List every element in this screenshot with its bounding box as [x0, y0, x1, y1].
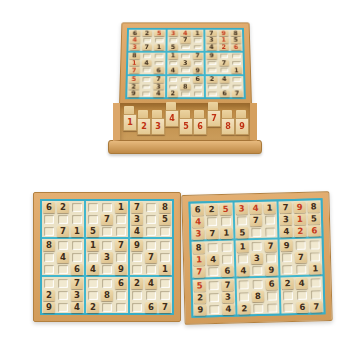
number-tile: 4 — [192, 216, 204, 227]
empty-cell-recess — [146, 227, 156, 236]
sudoku-cell-r5c8: 7 — [144, 251, 158, 263]
empty-cell-recess — [283, 291, 293, 300]
sudoku-cell-r1c7: 7 — [130, 201, 144, 213]
sudoku-box: 6271 — [42, 201, 84, 237]
number-tile: 3 — [153, 83, 163, 89]
number-tile: 4 — [280, 226, 292, 237]
empty-cell-recess — [181, 77, 189, 81]
sudoku-cell-r6c6: 9 — [114, 263, 128, 275]
sudoku-cell-r6c3: 6 — [70, 263, 84, 275]
empty-cell-recess — [222, 242, 232, 251]
empty-cell-recess — [251, 227, 261, 236]
sudoku-cell-r2c7: 3 — [279, 213, 293, 225]
empty-cell-recess — [208, 243, 218, 252]
sudoku-cell-r7c2 — [140, 76, 152, 83]
empty-cell-recess — [297, 290, 307, 299]
sudoku-cell-r1c6: 1 — [191, 30, 203, 37]
empty-cell-recess — [146, 203, 156, 212]
empty-cell-recess — [208, 84, 216, 88]
number-tile: 2 — [206, 204, 218, 215]
sudoku-cell-r3c6 — [114, 225, 128, 237]
sudoku-cell-r5c7 — [130, 251, 144, 263]
number-tile: 2 — [142, 30, 152, 36]
empty-cell-recess — [232, 77, 241, 81]
number-tile: 7 — [219, 60, 229, 66]
sudoku-cell-r8c5: 8 — [100, 289, 114, 301]
sudoku-cell-r7c5 — [251, 278, 265, 290]
sudoku-grid: 6254371341757983154268147617349971572394… — [125, 28, 245, 100]
number-tile: 4 — [141, 60, 151, 66]
sudoku-cell-r1c9: 8 — [158, 201, 172, 213]
number-tile: 9 — [43, 302, 55, 313]
empty-cell-recess — [238, 254, 248, 263]
sudoku-cell-r1c8 — [144, 201, 158, 213]
sudoku-box: 34175 — [167, 30, 204, 51]
sudoku-box: 17349 — [86, 239, 128, 275]
sudoku-cell-r7c1 — [42, 277, 56, 289]
empty-cell-recess — [132, 303, 142, 312]
empty-cell-recess — [160, 241, 170, 250]
sudoku-box: 682 — [237, 277, 280, 314]
empty-cell-recess — [220, 68, 228, 72]
number-tile: 8 — [180, 83, 190, 89]
number-tile: 5 — [194, 280, 206, 291]
number-tile: 4 — [153, 91, 164, 97]
empty-cell-recess — [58, 265, 68, 274]
sudoku-cell-r4c8 — [144, 239, 158, 251]
sudoku-cell-r5c3 — [220, 253, 234, 265]
empty-cell-recess — [116, 227, 126, 236]
empty-cell-recess — [208, 267, 218, 276]
empty-cell-recess — [252, 241, 262, 250]
empty-cell-recess — [267, 303, 277, 312]
sudoku-cell-r7c5 — [100, 277, 114, 289]
number-tile: 7 — [231, 91, 242, 97]
sudoku-cell-r1c9: 8 — [307, 200, 321, 212]
sudoku-cell-r5c8: 7 — [218, 60, 230, 67]
number-tile: 2 — [194, 292, 206, 303]
sudoku-board-bottom-right: 6254371341757983154268147617349971572394… — [181, 191, 332, 325]
drawer-number-tile: 6 — [193, 118, 207, 135]
empty-cell-recess — [102, 279, 112, 288]
number-tile: 1 — [193, 254, 205, 265]
sudoku-cell-r8c5: 8 — [251, 290, 265, 302]
sudoku-cell-r2c6 — [263, 213, 277, 225]
sudoku-box: 682 — [166, 76, 203, 98]
number-tile: 3 — [236, 203, 248, 214]
sudoku-cell-r4c3 — [152, 52, 164, 59]
number-tile: 2 — [294, 225, 306, 236]
drawer-number-tile: 7 — [207, 110, 221, 127]
number-tile: 7 — [222, 279, 234, 290]
number-tile: 6 — [219, 91, 230, 97]
number-tile: 2 — [218, 44, 228, 50]
empty-cell-recess — [168, 84, 176, 88]
sudoku-cell-r4c6: 7 — [191, 52, 203, 59]
sudoku-cell-r3c1: 3 — [128, 44, 140, 51]
number-tile: 3 — [101, 252, 113, 263]
empty-cell-recess — [239, 292, 249, 301]
sudoku-cell-r1c4: 3 — [235, 202, 249, 214]
empty-cell-recess — [44, 253, 54, 262]
empty-cell-recess — [310, 240, 320, 249]
sudoku-cell-r8c6 — [114, 289, 128, 301]
sudoku-cell-r2c1 — [42, 213, 56, 225]
number-tile: 7 — [159, 302, 171, 313]
number-tile: 1 — [129, 60, 139, 66]
number-tile: 2 — [282, 278, 294, 289]
sudoku-cell-r8c2 — [140, 83, 153, 90]
number-tile: 3 — [222, 291, 234, 302]
number-tile: 1 — [309, 263, 321, 274]
sudoku-cell-r9c8: 6 — [295, 301, 309, 313]
number-tile: 8 — [129, 53, 139, 59]
number-tile: 2 — [238, 303, 250, 314]
empty-cell-recess — [154, 54, 162, 58]
number-tile: 7 — [206, 228, 218, 239]
sudoku-set-bottom-right: 6254371341757983154268147617349971572394… — [181, 191, 332, 325]
sudoku-cell-r7c3: 7 — [70, 277, 84, 289]
number-tile: 6 — [221, 265, 233, 276]
sudoku-cell-r3c9 — [158, 225, 172, 237]
empty-cell-recess — [88, 291, 98, 300]
sudoku-cell-r2c2 — [205, 215, 219, 227]
number-tile: 2 — [87, 302, 99, 313]
sudoku-cell-r8c4 — [237, 290, 251, 302]
sudoku-cell-r7c2 — [56, 277, 70, 289]
empty-cell-recess — [181, 68, 189, 72]
empty-cell-recess — [232, 61, 240, 65]
sudoku-box: 971 — [205, 52, 242, 73]
empty-cell-recess — [146, 241, 156, 250]
sudoku-cell-r3c8: 2 — [293, 225, 307, 237]
sudoku-cell-r8c6 — [265, 289, 279, 301]
number-tile: 7 — [310, 301, 322, 312]
sudoku-cell-r5c4 — [86, 251, 100, 263]
sudoku-box: 34175 — [235, 201, 278, 238]
empty-cell-recess — [232, 84, 241, 88]
sudoku-cell-r3c8 — [144, 225, 158, 237]
number-tile: 7 — [193, 266, 205, 277]
number-tile: 7 — [129, 67, 139, 73]
sudoku-cell-r5c2: 4 — [206, 253, 220, 265]
sudoku-cell-r1c6: 1 — [263, 201, 277, 213]
number-tile: 4 — [71, 302, 83, 313]
number-tile: 3 — [71, 290, 83, 301]
number-tile: 1 — [231, 67, 241, 73]
sudoku-cell-r9c9: 7 — [309, 300, 323, 312]
empty-cell-recess — [310, 252, 320, 261]
sudoku-cell-r3c1: 3 — [191, 227, 205, 239]
sudoku-cell-r6c4: 4 — [86, 263, 100, 275]
empty-cell-recess — [193, 61, 201, 65]
empty-cell-recess — [142, 68, 150, 72]
empty-cell-recess — [44, 215, 54, 224]
sudoku-cell-r1c3: 5 — [153, 30, 165, 37]
sudoku-cell-r8c8 — [295, 289, 309, 301]
sudoku-cell-r3c4: 5 — [167, 44, 179, 51]
sudoku-cell-r2c1: 4 — [191, 215, 205, 227]
empty-cell-recess — [142, 84, 151, 88]
number-tile: 9 — [131, 240, 143, 251]
sudoku-cell-r5c5: 3 — [250, 252, 264, 264]
sudoku-box: 798315426 — [279, 200, 322, 237]
empty-cell-recess — [102, 203, 112, 212]
number-tile: 3 — [180, 60, 190, 66]
sudoku-cell-r7c7: 2 — [130, 277, 144, 289]
sudoku-cell-r6c1: 7 — [192, 265, 206, 277]
sudoku-cell-r1c3 — [70, 201, 84, 213]
sudoku-box: 2467 — [281, 276, 324, 313]
sudoku-cell-r5c6 — [264, 251, 278, 263]
sudoku-cell-r8c4 — [86, 289, 100, 301]
empty-cell-recess — [283, 303, 293, 312]
sudoku-cell-r6c6: 9 — [264, 263, 278, 275]
sudoku-cell-r8c5: 8 — [179, 83, 191, 90]
sudoku-cell-r7c6: 6 — [265, 277, 279, 289]
number-tile: 8 — [101, 290, 113, 301]
number-tile: 1 — [218, 37, 228, 43]
empty-cell-recess — [296, 264, 306, 273]
sudoku-cell-r8c6 — [191, 83, 203, 90]
sudoku-cell-r4c3 — [70, 239, 84, 251]
empty-cell-recess — [102, 227, 112, 236]
sudoku-cell-r6c4: 4 — [236, 264, 250, 276]
number-tile: 7 — [71, 278, 83, 289]
sudoku-cell-r5c6 — [191, 60, 203, 67]
number-tile: 5 — [230, 37, 240, 43]
drawer-number-tile: 5 — [179, 118, 193, 135]
number-tile: 8 — [43, 240, 55, 251]
sudoku-cell-r6c1 — [42, 263, 56, 275]
sudoku-cell-r4c8 — [294, 239, 308, 251]
sudoku-box: 971 — [130, 239, 172, 275]
sudoku-cell-r5c3 — [70, 251, 84, 263]
sudoku-cell-r9c1: 9 — [42, 301, 56, 313]
sudoku-cell-r7c4 — [86, 277, 100, 289]
number-tile: 7 — [280, 202, 292, 213]
sudoku-cell-r7c9 — [230, 76, 243, 83]
sudoku-cell-r3c9: 6 — [229, 44, 241, 51]
empty-cell-recess — [193, 84, 201, 88]
empty-cell-recess — [160, 279, 170, 288]
empty-cell-recess — [219, 54, 227, 58]
sudoku-board-top: 6254371341757983154268147617349971572394… — [119, 22, 252, 105]
sudoku-cell-r2c5: 7 — [100, 213, 114, 225]
sudoku-cell-r6c6: 9 — [191, 67, 203, 74]
sudoku-cell-r4c6: 7 — [114, 239, 128, 251]
sudoku-cell-r4c5 — [100, 239, 114, 251]
sudoku-box: 17349 — [236, 239, 279, 276]
sudoku-cell-r7c7: 2 — [205, 76, 217, 83]
sudoku-box: 81476 — [192, 241, 235, 278]
number-tile: 6 — [192, 204, 204, 215]
empty-cell-recess — [132, 291, 142, 300]
sudoku-cell-r3c5 — [249, 226, 263, 238]
sudoku-cell-r4c5 — [250, 240, 264, 252]
sudoku-cell-r2c6 — [191, 37, 203, 44]
sudoku-cell-r6c8 — [218, 67, 230, 74]
number-tile: 6 — [192, 76, 202, 82]
empty-cell-recess — [44, 227, 54, 236]
sudoku-cell-r1c2: 2 — [56, 201, 70, 213]
sudoku-cell-r8c7 — [281, 289, 295, 301]
number-tile: 3 — [168, 30, 178, 36]
sudoku-cell-r9c1: 9 — [127, 90, 140, 97]
number-tile: 6 — [43, 202, 55, 213]
empty-cell-recess — [102, 303, 112, 312]
drawer-front-handle — [108, 140, 262, 154]
empty-cell-recess — [116, 291, 126, 300]
number-tile: 7 — [180, 37, 190, 43]
sudoku-cell-r4c2 — [56, 239, 70, 251]
sudoku-board-bottom-left: 62711757835484617349971723946822467 — [33, 192, 181, 322]
number-tile: 1 — [87, 240, 99, 251]
number-tile: 2 — [206, 76, 216, 82]
empty-cell-recess — [181, 92, 189, 96]
empty-cell-recess — [154, 61, 162, 65]
number-tile: 4 — [168, 67, 178, 73]
drawer-number-tile: 3 — [151, 118, 165, 135]
number-tile: 7 — [141, 44, 151, 50]
number-tile: 6 — [145, 302, 157, 313]
number-tile: 5 — [168, 44, 178, 50]
empty-cell-recess — [220, 84, 229, 88]
empty-cell-recess — [221, 216, 231, 225]
sudoku-box: 72394 — [42, 277, 84, 313]
sudoku-cell-r3c9: 6 — [307, 224, 321, 236]
empty-cell-recess — [142, 77, 150, 81]
sudoku-cell-r2c3 — [70, 213, 84, 225]
sudoku-cell-r7c8: 4 — [295, 277, 309, 289]
empty-cell-recess — [311, 290, 321, 299]
sudoku-cell-r9c9: 7 — [158, 301, 172, 313]
sudoku-box: 971 — [280, 238, 323, 275]
sudoku-cell-r6c9: 1 — [230, 67, 242, 74]
number-tile: 1 — [71, 226, 83, 237]
sudoku-cell-r3c3: 1 — [153, 44, 165, 51]
empty-cell-recess — [181, 54, 189, 58]
sudoku-cell-r6c2 — [206, 265, 220, 277]
sudoku-cell-r2c9: 5 — [307, 212, 321, 224]
empty-cell-recess — [102, 241, 112, 250]
empty-cell-recess — [160, 227, 170, 236]
empty-cell-recess — [193, 45, 201, 49]
sudoku-cell-r1c2: 2 — [205, 203, 219, 215]
empty-cell-recess — [282, 253, 292, 262]
empty-cell-recess — [193, 92, 201, 96]
number-tile: 1 — [294, 213, 306, 224]
tile-drawer-slots: 123456789 — [123, 105, 247, 139]
number-tile: 4 — [131, 226, 143, 237]
empty-cell-recess — [160, 291, 170, 300]
sudoku-cell-r3c2: 7 — [56, 225, 70, 237]
empty-cell-recess — [58, 291, 68, 300]
sudoku-cell-r3c8: 2 — [217, 44, 229, 51]
sudoku-box: 81476 — [128, 52, 165, 73]
tile-drawer: 123456789 — [113, 103, 257, 141]
empty-cell-recess — [102, 265, 112, 274]
number-tile: 3 — [192, 228, 204, 239]
number-tile: 9 — [192, 67, 202, 73]
empty-cell-recess — [142, 54, 150, 58]
empty-cell-recess — [58, 279, 68, 288]
sudoku-cell-r5c9 — [308, 250, 322, 262]
number-tile: 6 — [296, 301, 308, 312]
number-tile: 6 — [115, 278, 127, 289]
number-tile: 9 — [128, 91, 139, 97]
sudoku-cell-r9c4: 2 — [166, 90, 178, 97]
sudoku-cell-r5c6 — [114, 251, 128, 263]
number-tile: 7 — [295, 251, 307, 262]
number-tile: 8 — [308, 201, 320, 212]
sudoku-cell-r8c8 — [144, 289, 158, 301]
number-tile: 9 — [206, 53, 216, 59]
sudoku-cell-r1c7: 7 — [279, 201, 293, 213]
sudoku-cell-r6c2 — [140, 67, 152, 74]
empty-cell-recess — [252, 265, 262, 274]
sudoku-cell-r9c3: 4 — [152, 90, 165, 97]
sudoku-cell-r6c7 — [280, 263, 294, 275]
number-tile: 8 — [193, 242, 205, 253]
number-tile: 7 — [265, 240, 277, 251]
empty-cell-recess — [72, 203, 82, 212]
sudoku-cell-r4c9 — [230, 52, 242, 59]
sudoku-cell-r4c4: 1 — [86, 239, 100, 251]
sudoku-cell-r4c4: 1 — [167, 52, 179, 59]
sudoku-cell-r2c8 — [144, 213, 158, 225]
sudoku-cell-r3c6 — [263, 225, 277, 237]
sudoku-cell-r9c4: 2 — [237, 302, 251, 314]
number-tile: 4 — [206, 44, 216, 50]
number-tile: 1 — [220, 227, 232, 238]
sudoku-cell-r9c2 — [139, 90, 152, 97]
sudoku-cell-r9c6 — [114, 301, 128, 313]
number-tile: 4 — [222, 303, 234, 314]
sudoku-cell-r6c3: 6 — [152, 67, 164, 74]
sudoku-cell-r6c5 — [179, 67, 191, 74]
sudoku-set-bottom-left: 62711757835484617349971723946822467 — [33, 192, 181, 322]
sudoku-cell-r9c7 — [130, 301, 144, 313]
empty-cell-recess — [169, 38, 177, 42]
sudoku-cell-r1c1: 6 — [42, 201, 56, 213]
empty-cell-recess — [282, 265, 292, 274]
number-tile: 9 — [115, 264, 127, 275]
sudoku-cell-r7c8: 4 — [218, 76, 230, 83]
sudoku-cell-r8c3: 3 — [70, 289, 84, 301]
sudoku-cell-r4c7: 9 — [130, 239, 144, 251]
sudoku-cell-r9c6 — [265, 301, 279, 313]
number-tile: 2 — [57, 202, 69, 213]
number-tile: 4 — [250, 202, 262, 213]
number-tile: 4 — [145, 278, 157, 289]
empty-cell-recess — [132, 265, 142, 274]
sudoku-cell-r1c4 — [86, 201, 100, 213]
sudoku-cell-r3c4: 5 — [235, 226, 249, 238]
number-tile: 5 — [220, 203, 232, 214]
empty-cell-recess — [160, 253, 170, 262]
sudoku-cell-r7c8: 4 — [144, 277, 158, 289]
sudoku-cell-r3c5 — [179, 44, 191, 51]
sudoku-box: 2467 — [130, 277, 172, 313]
sudoku-cell-r8c3: 3 — [221, 291, 235, 303]
empty-cell-recess — [132, 253, 142, 262]
number-tile: 5 — [154, 30, 164, 36]
empty-cell-recess — [237, 216, 247, 225]
sudoku-cell-r7c9 — [309, 276, 323, 288]
number-tile: 2 — [128, 83, 139, 89]
number-tile: 6 — [153, 67, 163, 73]
